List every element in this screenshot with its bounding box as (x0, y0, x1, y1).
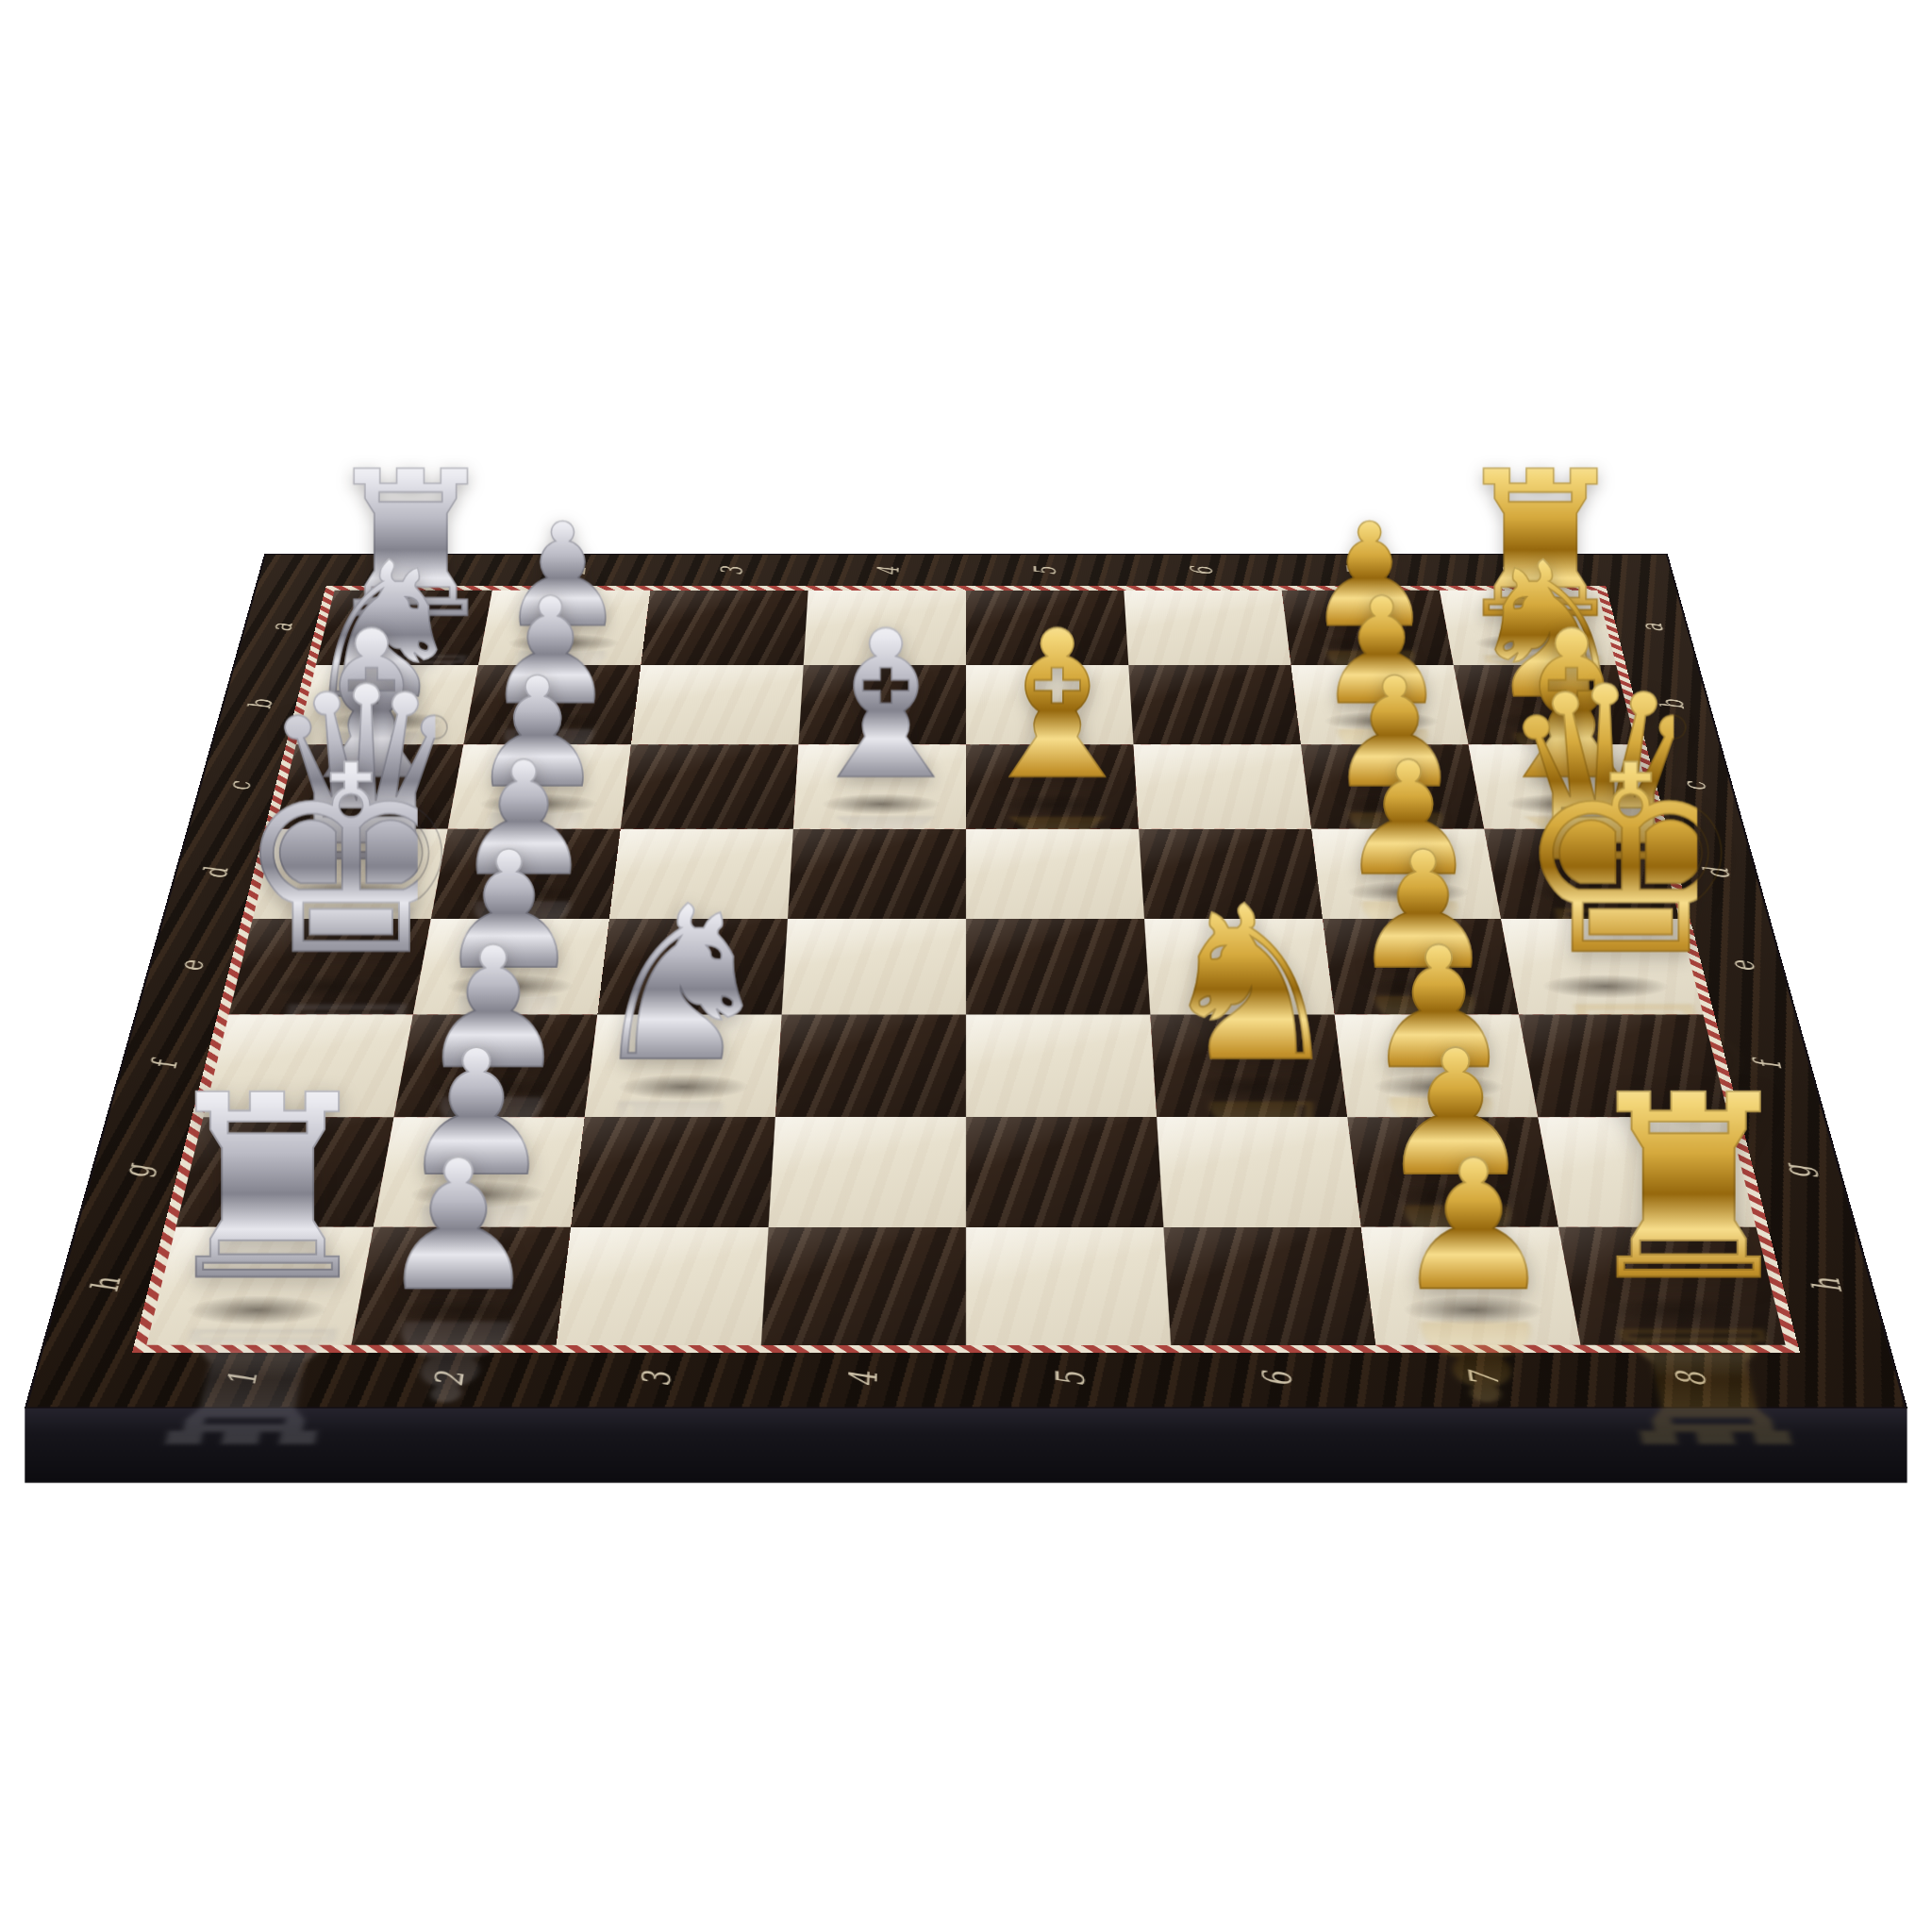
board-tilt: 12345678 12345678 abcdefgh abcdefgh ♜♜♟♟… (27, 555, 1905, 1407)
square-c4[interactable]: ♝♝ (793, 744, 966, 828)
rank-label-6: 6 (1172, 1360, 1382, 1400)
square-c3[interactable] (621, 744, 799, 828)
file-label-text: g (113, 1164, 159, 1177)
square-h5[interactable] (966, 1227, 1171, 1345)
square-e5[interactable] (966, 919, 1150, 1015)
square-g3[interactable] (571, 1117, 775, 1226)
piece-silver-pawn-h2[interactable]: ♟ (357, 1136, 559, 1315)
file-label-text: e (169, 960, 211, 971)
perspective-scene: 12345678 12345678 abcdefgh abcdefgh ♜♜♟♟… (0, 0, 1932, 1932)
rank-label-text: 4 (871, 567, 906, 575)
square-h7[interactable]: ♟♟ (1361, 1227, 1581, 1345)
square-d5[interactable] (966, 829, 1144, 919)
chess-set-photo: 12345678 12345678 abcdefgh abcdefgh ♜♜♟♟… (0, 0, 1932, 1932)
square-f4[interactable] (775, 1015, 966, 1118)
rank-label-5: 5 (966, 559, 1124, 582)
square-a6[interactable] (1124, 591, 1291, 665)
piece-gold-rook-h8[interactable]: ♜ (1575, 1062, 1778, 1316)
piece-silver-king-e1[interactable]: ♚ (235, 732, 418, 991)
file-label-text: h (81, 1277, 129, 1291)
chess-board-grid: ♜♜♟♟♟♟♜♜♞♞♟♟♟♟♞♞♝♝♟♟♝♝♝♝♟♟♝♝♛♛♟♟♟♟♛♛♚♚♟♟… (146, 591, 1785, 1345)
piece-silver-rook-h1[interactable]: ♜ (154, 1062, 357, 1316)
piece-reflection: ♜ (1574, 1307, 1815, 1463)
square-a3[interactable] (641, 591, 808, 665)
rank-label-text: 5 (1047, 1372, 1092, 1387)
file-label-text: d (194, 868, 236, 878)
square-g5[interactable] (966, 1117, 1163, 1226)
piece-reflection: ♟ (339, 1307, 561, 1416)
rank-label-text: 3 (713, 567, 748, 575)
square-b3[interactable] (631, 665, 804, 744)
square-h2[interactable]: ♟♟ (351, 1227, 571, 1345)
rank-label-5: 5 (966, 1360, 1174, 1400)
square-h6[interactable] (1163, 1227, 1375, 1345)
square-h3[interactable] (557, 1227, 769, 1345)
square-g6[interactable] (1157, 1117, 1361, 1226)
file-label-e: e (148, 919, 231, 1015)
rank-label-3: 3 (651, 559, 809, 582)
rank-label-text: 6 (1184, 567, 1219, 575)
rank-label-6: 6 (1122, 559, 1280, 582)
piece-gold-pawn-h7[interactable]: ♟ (1372, 1136, 1574, 1315)
square-c6[interactable] (1134, 744, 1312, 828)
piece-gold-king-e8[interactable]: ♚ (1514, 732, 1697, 991)
square-f6[interactable]: ♞♞ (1150, 1015, 1347, 1118)
file-label-text: h (1803, 1277, 1851, 1291)
piece-gold-knight-f6[interactable]: ♞ (1155, 878, 1343, 1091)
piece-reflection: ♟ (1371, 1307, 1593, 1416)
piece-silver-knight-f3[interactable]: ♞ (588, 878, 776, 1091)
square-e4[interactable] (782, 919, 966, 1015)
square-f3[interactable]: ♞♞ (585, 1015, 782, 1118)
square-h1[interactable]: ♜♜ (146, 1227, 374, 1345)
rank-label-text: 3 (632, 1372, 678, 1387)
rank-label-3: 3 (549, 1360, 759, 1400)
rank-label-text: 4 (840, 1372, 885, 1387)
square-c5[interactable]: ♝♝ (966, 744, 1139, 828)
square-g4[interactable] (769, 1117, 966, 1226)
square-f5[interactable] (966, 1015, 1157, 1118)
rank-label-text: 6 (1254, 1372, 1300, 1387)
rank-label-4: 4 (758, 1360, 966, 1400)
piece-reflection: ♜ (117, 1307, 358, 1463)
board-frame: 12345678 12345678 abcdefgh abcdefgh ♜♜♟♟… (27, 555, 1905, 1407)
piece-silver-bishop-c4[interactable]: ♝ (794, 605, 966, 808)
square-h4[interactable] (761, 1227, 966, 1345)
piece-gold-bishop-c5[interactable]: ♝ (966, 605, 1138, 808)
rank-label-text: 5 (1027, 567, 1062, 575)
square-d4[interactable] (788, 829, 966, 919)
stripe-border: ♜♜♟♟♟♟♜♜♞♞♟♟♟♟♞♞♝♝♟♟♝♝♝♝♟♟♝♝♛♛♟♟♟♟♛♛♚♚♟♟… (132, 586, 1800, 1353)
square-b6[interactable] (1128, 665, 1301, 744)
square-h8[interactable]: ♜♜ (1558, 1227, 1786, 1345)
rank-label-4: 4 (808, 559, 966, 582)
